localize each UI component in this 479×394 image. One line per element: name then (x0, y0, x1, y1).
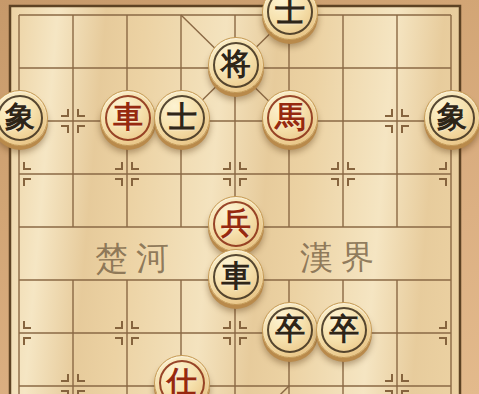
piece-black-chariot[interactable]: 車 (208, 249, 264, 305)
pieces-layer: 士将象車士馬象兵車卒卒仕 (0, 0, 479, 394)
piece-red-advisor[interactable]: 仕 (154, 355, 210, 394)
piece-glyph: 象 (0, 90, 47, 144)
piece-glyph: 士 (263, 0, 317, 38)
piece-glyph: 将 (209, 37, 263, 91)
piece-glyph: 卒 (263, 302, 317, 356)
xiangqi-board[interactable]: 楚河 漢界 士将象車士馬象兵車卒卒仕 (0, 0, 479, 394)
piece-glyph: 仕 (155, 355, 209, 394)
piece-black-elephant[interactable]: 象 (424, 90, 479, 146)
piece-red-horse[interactable]: 馬 (262, 90, 318, 146)
piece-red-chariot[interactable]: 車 (100, 90, 156, 146)
piece-glyph: 士 (155, 90, 209, 144)
piece-glyph: 象 (425, 90, 479, 144)
piece-black-elephant[interactable]: 象 (0, 90, 48, 146)
piece-red-soldier[interactable]: 兵 (208, 196, 264, 252)
piece-black-soldier[interactable]: 卒 (262, 302, 318, 358)
piece-glyph: 車 (209, 249, 263, 303)
piece-glyph: 卒 (317, 302, 371, 356)
piece-black-soldier[interactable]: 卒 (316, 302, 372, 358)
piece-glyph: 車 (101, 90, 155, 144)
piece-glyph: 馬 (263, 90, 317, 144)
piece-black-general[interactable]: 将 (208, 37, 264, 93)
piece-black-advisor[interactable]: 士 (154, 90, 210, 146)
piece-glyph: 兵 (209, 196, 263, 250)
piece-black-advisor[interactable]: 士 (262, 0, 318, 40)
